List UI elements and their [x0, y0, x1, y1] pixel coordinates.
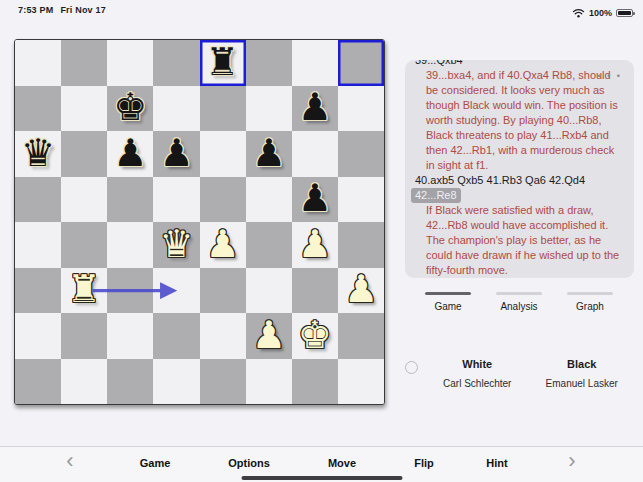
square-f7[interactable]: [246, 86, 292, 132]
bottom-toolbar: ‹ Game Options Move Flip Hint ›: [0, 446, 643, 482]
square-b4[interactable]: [61, 222, 107, 268]
square-c8[interactable]: [107, 40, 153, 86]
piece-white-pawn: ♟: [206, 225, 240, 263]
square-f8[interactable]: [246, 40, 292, 86]
battery-percent: 100%: [589, 8, 612, 18]
square-g5[interactable]: ♟: [292, 177, 338, 223]
square-a5[interactable]: [15, 177, 61, 223]
square-a3[interactable]: [15, 268, 61, 314]
notation-panel[interactable]: 39...Qxb4 39...bxa4, and if 40.Qxa4 Rb8,…: [405, 60, 634, 278]
square-d7[interactable]: [153, 86, 199, 132]
black-player-name: Emanuel Lasker: [530, 378, 635, 389]
square-f3[interactable]: [246, 268, 292, 314]
piece-black-pawn: ♟: [298, 179, 332, 217]
toolbar-hint-button[interactable]: Hint: [486, 457, 507, 469]
piece-white-queen: ♛: [159, 225, 193, 263]
square-e8[interactable]: ♜: [200, 40, 246, 86]
square-f5[interactable]: [246, 177, 292, 223]
piece-white-rook: ♜: [67, 270, 101, 308]
piece-white-pawn: ♟: [252, 316, 286, 354]
square-c5[interactable]: [107, 177, 153, 223]
black-label: Black: [530, 358, 635, 370]
tab-graph[interactable]: Graph: [562, 292, 618, 312]
square-e6[interactable]: [200, 131, 246, 177]
home-indicator[interactable]: [241, 476, 402, 480]
square-b2[interactable]: [61, 313, 107, 359]
annotation-paragraph: 39...bxa4, and if 40.Qxa4 Rb8, should be…: [415, 68, 622, 173]
square-b1[interactable]: [61, 359, 107, 405]
tab-analysis[interactable]: Analysis: [491, 292, 547, 312]
square-g2[interactable]: ♚: [292, 313, 338, 359]
piece-black-rook: ♜: [206, 43, 240, 81]
square-g1[interactable]: [292, 359, 338, 405]
battery-icon: [616, 9, 633, 17]
square-b3[interactable]: ♜: [61, 268, 107, 314]
square-h3[interactable]: ♟: [338, 268, 384, 314]
toolbar-options-button[interactable]: Options: [228, 457, 270, 469]
piece-white-pawn: ♟: [298, 225, 332, 263]
square-h1[interactable]: [338, 359, 384, 405]
square-c6[interactable]: ♟: [107, 131, 153, 177]
square-d4[interactable]: ♛: [153, 222, 199, 268]
square-c4[interactable]: [107, 222, 153, 268]
white-label: White: [425, 358, 530, 370]
move-line-clipped[interactable]: 39...Qxb4: [415, 60, 622, 68]
square-f4[interactable]: [246, 222, 292, 268]
chess-board[interactable]: ♜♚♟♛♟♟♟♟♛♟♟♜♟♟♚: [14, 39, 385, 405]
piece-black-pawn: ♟: [113, 134, 147, 172]
square-b8[interactable]: [61, 40, 107, 86]
square-e1[interactable]: [200, 359, 246, 405]
tab-game[interactable]: Game: [420, 292, 476, 312]
square-h6[interactable]: [338, 131, 384, 177]
square-a4[interactable]: [15, 222, 61, 268]
piece-black-king: ♚: [113, 88, 147, 126]
square-d6[interactable]: ♟: [153, 131, 199, 177]
toolbar-move-button[interactable]: Move: [328, 457, 356, 469]
selected-move[interactable]: 42...Re8: [411, 188, 461, 203]
square-a2[interactable]: [15, 313, 61, 359]
square-g8[interactable]: [292, 40, 338, 86]
square-c1[interactable]: [107, 359, 153, 405]
square-a8[interactable]: [15, 40, 61, 86]
square-h2[interactable]: [338, 313, 384, 359]
square-d5[interactable]: [153, 177, 199, 223]
white-player-name: Carl Schlechter: [425, 378, 530, 389]
square-e2[interactable]: [200, 313, 246, 359]
square-d8[interactable]: [153, 40, 199, 86]
square-c2[interactable]: [107, 313, 153, 359]
white-player: White Carl Schlechter: [425, 358, 530, 389]
status-time-date: 7:53 PMFri Nov 17: [18, 5, 106, 15]
square-d2[interactable]: [153, 313, 199, 359]
square-e5[interactable]: [200, 177, 246, 223]
tab-indicator: [567, 292, 613, 295]
square-g4[interactable]: ♟: [292, 222, 338, 268]
square-f1[interactable]: [246, 359, 292, 405]
square-e3[interactable]: [200, 268, 246, 314]
more-options-button[interactable]: • • •: [598, 69, 622, 84]
square-c7[interactable]: ♚: [107, 86, 153, 132]
piece-black-queen: ♛: [21, 134, 55, 172]
square-g7[interactable]: ♟: [292, 86, 338, 132]
square-e7[interactable]: [200, 86, 246, 132]
square-a6[interactable]: ♛: [15, 131, 61, 177]
tab-indicator: [496, 292, 542, 295]
square-b7[interactable]: [61, 86, 107, 132]
square-f2[interactable]: ♟: [246, 313, 292, 359]
prev-chevron-button[interactable]: ‹: [66, 448, 73, 474]
black-player: Black Emanuel Lasker: [530, 358, 635, 389]
wifi-icon: [572, 4, 585, 22]
square-h8[interactable]: [338, 40, 384, 86]
app-screen: 7:53 PMFri Nov 17 100% ♜♚♟♛♟♟♟♟♛♟♟♜♟♟♚ 3…: [0, 0, 643, 482]
status-bar: 7:53 PMFri Nov 17 100%: [0, 0, 643, 20]
square-f6[interactable]: ♟: [246, 131, 292, 177]
square-h5[interactable]: [338, 177, 384, 223]
next-chevron-button[interactable]: ›: [568, 448, 575, 474]
piece-black-pawn: ♟: [252, 134, 286, 172]
annotation-paragraph: If Black were satisfied with a draw, 42.…: [415, 203, 622, 278]
square-b6[interactable]: [61, 131, 107, 177]
toolbar-flip-button[interactable]: Flip: [414, 457, 434, 469]
view-tabs: Game Analysis Graph: [420, 292, 618, 312]
side-radio-button[interactable]: [405, 361, 418, 374]
tab-indicator: [425, 292, 471, 295]
players-section: White Carl Schlechter Black Emanuel Lask…: [425, 358, 634, 389]
square-a1[interactable]: [15, 359, 61, 405]
move-line[interactable]: 40.axb5 Qxb5 41.Rb3 Qa6 42.Qd4: [415, 173, 622, 188]
square-g3[interactable]: [292, 268, 338, 314]
square-e4[interactable]: ♟: [200, 222, 246, 268]
square-c3[interactable]: [107, 268, 153, 314]
square-h4[interactable]: [338, 222, 384, 268]
square-b5[interactable]: [61, 177, 107, 223]
status-time: 7:53 PM: [18, 5, 53, 15]
piece-white-pawn: ♟: [344, 270, 378, 308]
square-h7[interactable]: [338, 86, 384, 132]
square-d1[interactable]: [153, 359, 199, 405]
tab-label: Graph: [562, 301, 618, 312]
tab-label: Game: [420, 301, 476, 312]
piece-black-pawn: ♟: [159, 134, 193, 172]
square-g6[interactable]: [292, 131, 338, 177]
status-date: Fri Nov 17: [60, 5, 106, 15]
toolbar-game-button[interactable]: Game: [140, 457, 171, 469]
tab-label: Analysis: [491, 301, 547, 312]
square-d3[interactable]: [153, 268, 199, 314]
piece-black-pawn: ♟: [298, 88, 332, 126]
piece-white-king: ♚: [298, 316, 332, 354]
square-a7[interactable]: [15, 86, 61, 132]
